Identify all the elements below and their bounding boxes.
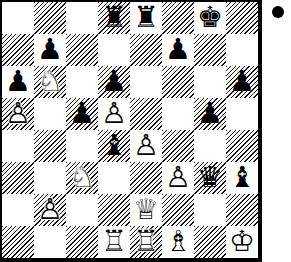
square-c6[interactable]: [66, 66, 98, 98]
black-pawn-glyph: ♟: [34, 34, 66, 66]
square-h7[interactable]: [226, 34, 258, 66]
black-pawn-glyph: ♟: [226, 66, 258, 98]
square-e6[interactable]: [130, 66, 162, 98]
square-g4[interactable]: [194, 130, 226, 162]
black-king: ♚: [194, 2, 226, 34]
square-e8[interactable]: ♜: [130, 2, 162, 34]
square-f3[interactable]: ♟♙: [162, 162, 194, 194]
square-e4[interactable]: ♟♙: [130, 130, 162, 162]
square-c2[interactable]: [66, 194, 98, 226]
black-pawn-glyph: ♟: [194, 98, 226, 130]
black-pawn: ♟: [194, 98, 226, 130]
square-d2[interactable]: [98, 194, 130, 226]
square-d4[interactable]: ♝: [98, 130, 130, 162]
square-c3[interactable]: ♞♘: [66, 162, 98, 194]
white-queen-glyph: ♕: [130, 194, 162, 226]
white-queen: ♛♕: [130, 194, 162, 226]
square-h5[interactable]: [226, 98, 258, 130]
black-pawn: ♟: [162, 34, 194, 66]
black-pawn: ♟: [34, 34, 66, 66]
square-b3[interactable]: [34, 162, 66, 194]
square-d5[interactable]: ♟♙: [98, 98, 130, 130]
square-f6[interactable]: [162, 66, 194, 98]
square-h1[interactable]: ♚♔: [226, 226, 258, 258]
square-f2[interactable]: [162, 194, 194, 226]
white-pawn-glyph: ♙: [34, 194, 66, 226]
square-a8[interactable]: [2, 2, 34, 34]
square-f4[interactable]: [162, 130, 194, 162]
white-pawn-glyph: ♙: [2, 98, 34, 130]
black-rook-glyph: ♜: [98, 2, 130, 34]
square-h4[interactable]: [226, 130, 258, 162]
square-b6[interactable]: ♞♘: [34, 66, 66, 98]
square-e3[interactable]: [130, 162, 162, 194]
square-a5[interactable]: ♟♙: [2, 98, 34, 130]
white-knight: ♞♘: [34, 66, 66, 98]
square-c1[interactable]: [66, 226, 98, 258]
white-king: ♚♔: [226, 226, 258, 258]
square-g6[interactable]: [194, 66, 226, 98]
white-pawn: ♟♙: [98, 98, 130, 130]
square-f5[interactable]: [162, 98, 194, 130]
square-c7[interactable]: [66, 34, 98, 66]
black-queen-glyph: ♛: [194, 162, 226, 194]
square-b2[interactable]: ♟♙: [34, 194, 66, 226]
square-h2[interactable]: [226, 194, 258, 226]
black-rook: ♜: [98, 2, 130, 34]
white-pawn-glyph: ♙: [130, 130, 162, 162]
square-g3[interactable]: ♛: [194, 162, 226, 194]
black-pawn: ♟: [2, 66, 34, 98]
black-pawn-glyph: ♟: [98, 66, 130, 98]
square-a6[interactable]: ♟: [2, 66, 34, 98]
white-rook: ♜♖: [130, 226, 162, 258]
square-b4[interactable]: [34, 130, 66, 162]
black-king-glyph: ♚: [194, 2, 226, 34]
square-g1[interactable]: [194, 226, 226, 258]
black-rook-glyph: ♜: [130, 2, 162, 34]
white-knight-glyph: ♘: [66, 162, 98, 194]
square-b8[interactable]: [34, 2, 66, 34]
square-f1[interactable]: ♝♗: [162, 226, 194, 258]
black-rook: ♜: [130, 2, 162, 34]
square-d3[interactable]: [98, 162, 130, 194]
white-bishop: ♝♗: [162, 226, 194, 258]
white-pawn: ♟♙: [130, 130, 162, 162]
square-d6[interactable]: ♟: [98, 66, 130, 98]
square-h3[interactable]: ♝: [226, 162, 258, 194]
square-a3[interactable]: [2, 162, 34, 194]
white-rook-glyph: ♖: [98, 226, 130, 258]
square-f8[interactable]: [162, 2, 194, 34]
white-knight-glyph: ♘: [34, 66, 66, 98]
square-f7[interactable]: ♟: [162, 34, 194, 66]
square-g8[interactable]: ♚: [194, 2, 226, 34]
square-a2[interactable]: [2, 194, 34, 226]
black-bishop-glyph: ♝: [98, 130, 130, 162]
square-h8[interactable]: [226, 2, 258, 34]
chess-board: ♜♜♚♟♟♟♞♘♟♟♟♙♟♟♙♟♝♟♙♞♘♟♙♛♝♟♙♛♕♜♖♜♖♝♗♚♔: [0, 0, 262, 262]
white-bishop-glyph: ♗: [162, 226, 194, 258]
white-king-glyph: ♔: [226, 226, 258, 258]
black-bishop: ♝: [226, 162, 258, 194]
square-e1[interactable]: ♜♖: [130, 226, 162, 258]
square-h6[interactable]: ♟: [226, 66, 258, 98]
black-pawn-glyph: ♟: [66, 98, 98, 130]
square-e2[interactable]: ♛♕: [130, 194, 162, 226]
square-a7[interactable]: [2, 34, 34, 66]
black-pawn: ♟: [226, 66, 258, 98]
square-b5[interactable]: [34, 98, 66, 130]
square-e5[interactable]: [130, 98, 162, 130]
square-b7[interactable]: ♟: [34, 34, 66, 66]
white-rook-glyph: ♖: [130, 226, 162, 258]
square-c8[interactable]: [66, 2, 98, 34]
black-to-move-indicator: [272, 6, 284, 18]
black-bishop-glyph: ♝: [226, 162, 258, 194]
square-d8[interactable]: ♜: [98, 2, 130, 34]
square-c5[interactable]: ♟: [66, 98, 98, 130]
white-pawn: ♟♙: [34, 194, 66, 226]
square-b1[interactable]: [34, 226, 66, 258]
black-pawn-glyph: ♟: [2, 66, 34, 98]
black-pawn: ♟: [98, 66, 130, 98]
square-d7[interactable]: [98, 34, 130, 66]
black-bishop: ♝: [98, 130, 130, 162]
square-g2[interactable]: [194, 194, 226, 226]
square-e7[interactable]: [130, 34, 162, 66]
white-pawn: ♟♙: [162, 162, 194, 194]
white-knight: ♞♘: [66, 162, 98, 194]
black-queen: ♛: [194, 162, 226, 194]
white-rook: ♜♖: [98, 226, 130, 258]
square-c4[interactable]: [66, 130, 98, 162]
square-a1[interactable]: [2, 226, 34, 258]
black-pawn-glyph: ♟: [162, 34, 194, 66]
square-a4[interactable]: [2, 130, 34, 162]
square-d1[interactable]: ♜♖: [98, 226, 130, 258]
square-g7[interactable]: [194, 34, 226, 66]
black-pawn: ♟: [66, 98, 98, 130]
square-g5[interactable]: ♟: [194, 98, 226, 130]
white-pawn-glyph: ♙: [98, 98, 130, 130]
white-pawn-glyph: ♙: [162, 162, 194, 194]
white-pawn: ♟♙: [2, 98, 34, 130]
